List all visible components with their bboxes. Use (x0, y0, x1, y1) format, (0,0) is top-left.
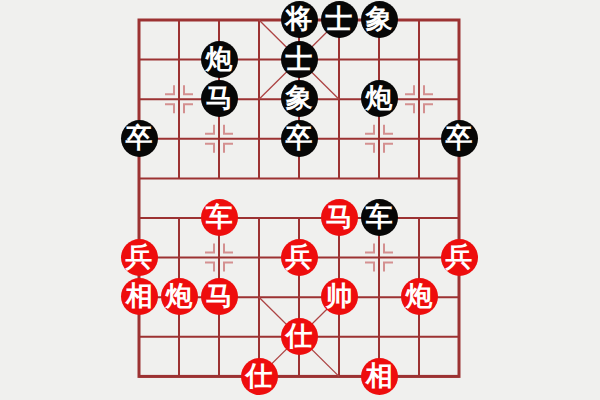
piece-red-chariot[interactable]: 车 (201, 199, 238, 236)
piece-black-soldier[interactable]: 卒 (441, 120, 478, 157)
piece-red-soldier[interactable]: 兵 (441, 239, 478, 276)
piece-red-cannon[interactable]: 炮 (161, 278, 198, 315)
piece-black-general[interactable]: 将 (281, 1, 318, 38)
piece-red-advisor[interactable]: 仕 (241, 358, 278, 395)
pieces-grid: 将士象炮士马象炮卒卒卒车马车兵兵兵相炮马帅炮仕仕相 (119, 0, 479, 396)
piece-black-elephant[interactable]: 象 (281, 80, 318, 117)
piece-red-advisor[interactable]: 仕 (281, 318, 318, 355)
xiangqi-board-stage: 将士象炮士马象炮卒卒卒车马车兵兵兵相炮马帅炮仕仕相 (0, 0, 600, 400)
piece-red-soldier[interactable]: 兵 (121, 239, 158, 276)
piece-black-cannon[interactable]: 炮 (201, 41, 238, 78)
piece-black-advisor[interactable]: 士 (281, 41, 318, 78)
piece-black-cannon[interactable]: 炮 (361, 80, 398, 117)
piece-red-horse[interactable]: 马 (321, 199, 358, 236)
piece-black-advisor[interactable]: 士 (321, 1, 358, 38)
piece-black-horse[interactable]: 马 (201, 80, 238, 117)
piece-black-chariot[interactable]: 车 (361, 199, 398, 236)
piece-red-horse[interactable]: 马 (201, 278, 238, 315)
piece-red-cannon[interactable]: 炮 (401, 278, 438, 315)
piece-red-elephant[interactable]: 相 (361, 358, 398, 395)
piece-red-soldier[interactable]: 兵 (281, 239, 318, 276)
piece-black-elephant[interactable]: 象 (361, 1, 398, 38)
piece-red-elephant[interactable]: 相 (121, 278, 158, 315)
piece-black-soldier[interactable]: 卒 (281, 120, 318, 157)
piece-red-general[interactable]: 帅 (321, 278, 358, 315)
piece-black-soldier[interactable]: 卒 (121, 120, 158, 157)
